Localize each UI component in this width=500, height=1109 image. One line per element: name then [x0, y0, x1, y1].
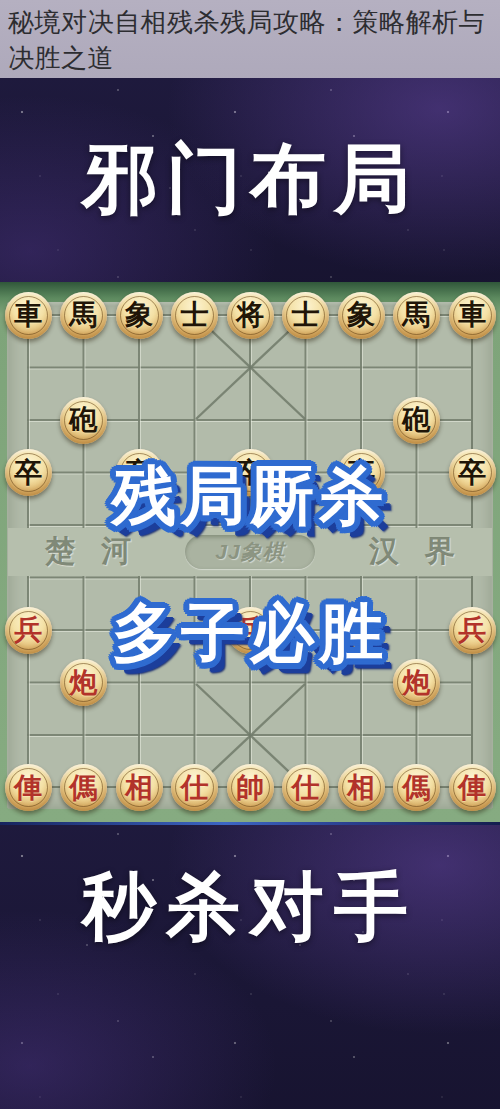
piece-red-advisor[interactable]: 仕 — [171, 764, 218, 811]
piece-char: 馬 — [403, 301, 431, 329]
piece-char: 将 — [236, 301, 264, 329]
overlay-slogan-2: 多子必胜 — [0, 590, 500, 677]
piece-black-cannon[interactable]: 砲 — [393, 397, 440, 444]
piece-red-horse[interactable]: 傌 — [393, 764, 440, 811]
piece-red-horse[interactable]: 傌 — [60, 764, 107, 811]
banner-bottom-text: 秒杀对手 — [82, 858, 418, 958]
piece-char: 相 — [125, 774, 153, 802]
piece-char: 俥 — [458, 774, 486, 802]
overlay-slogan-1: 残局厮杀 — [0, 453, 500, 540]
piece-char: 士 — [181, 301, 209, 329]
piece-char: 車 — [14, 301, 42, 329]
piece-red-advisor[interactable]: 仕 — [282, 764, 329, 811]
piece-black-advisor[interactable]: 士 — [282, 292, 329, 339]
promo-page: 秘境对决自相残杀残局攻略：策略解析与决胜之道 邪门布局 楚河 JJ象棋 汉界 車… — [0, 0, 500, 1109]
banner-top: 邪门布局 — [0, 78, 500, 282]
piece-char: 俥 — [14, 774, 42, 802]
piece-char: 帥 — [236, 774, 264, 802]
piece-red-general[interactable]: 帥 — [227, 764, 274, 811]
piece-black-chariot[interactable]: 車 — [449, 292, 496, 339]
piece-red-chariot[interactable]: 俥 — [5, 764, 52, 811]
pieces-layer: 車馬象士将士象馬車砲砲卒卒卒卒卒兵兵兵兵兵炮炮俥傌相仕帥仕相傌俥 — [0, 282, 500, 822]
piece-char: 象 — [347, 301, 375, 329]
piece-black-horse[interactable]: 馬 — [393, 292, 440, 339]
piece-char: 仕 — [292, 774, 320, 802]
piece-char: 仕 — [181, 774, 209, 802]
banner-top-text: 邪门布局 — [82, 129, 418, 232]
piece-char: 傌 — [70, 774, 98, 802]
piece-black-general[interactable]: 将 — [227, 292, 274, 339]
piece-char: 士 — [292, 301, 320, 329]
piece-black-advisor[interactable]: 士 — [171, 292, 218, 339]
piece-black-elephant[interactable]: 象 — [116, 292, 163, 339]
piece-red-elephant[interactable]: 相 — [116, 764, 163, 811]
piece-black-chariot[interactable]: 車 — [5, 292, 52, 339]
xiangqi-board[interactable]: 楚河 JJ象棋 汉界 車馬象士将士象馬車砲砲卒卒卒卒卒兵兵兵兵兵炮炮俥傌相仕帥仕… — [0, 282, 500, 822]
piece-char: 車 — [458, 301, 486, 329]
piece-red-elephant[interactable]: 相 — [338, 764, 385, 811]
piece-char: 傌 — [403, 774, 431, 802]
piece-char: 砲 — [403, 406, 431, 434]
piece-black-elephant[interactable]: 象 — [338, 292, 385, 339]
article-title-bar: 秘境对决自相残杀残局攻略：策略解析与决胜之道 — [0, 0, 500, 78]
piece-red-chariot[interactable]: 俥 — [449, 764, 496, 811]
piece-char: 砲 — [70, 406, 98, 434]
banner-bottom: 秒杀对手 — [0, 822, 500, 1109]
article-title: 秘境对决自相残杀残局攻略：策略解析与决胜之道 — [8, 7, 485, 73]
piece-char: 馬 — [70, 301, 98, 329]
piece-char: 象 — [125, 301, 153, 329]
piece-char: 相 — [347, 774, 375, 802]
piece-black-cannon[interactable]: 砲 — [60, 397, 107, 444]
piece-black-horse[interactable]: 馬 — [60, 292, 107, 339]
